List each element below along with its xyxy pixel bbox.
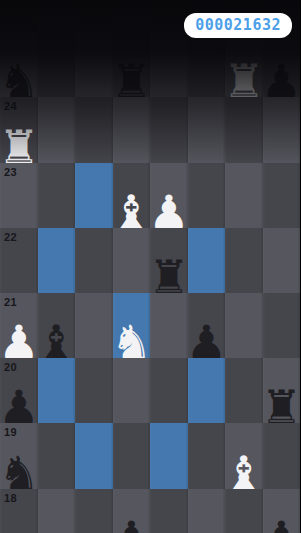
row-label-22: 22 bbox=[4, 231, 17, 243]
square-23-6[interactable] bbox=[225, 163, 263, 228]
square-23-5[interactable] bbox=[188, 163, 226, 228]
square-21-3[interactable]: ♞ bbox=[113, 293, 151, 358]
square-24-2[interactable] bbox=[75, 97, 113, 162]
row-label-20: 20 bbox=[4, 361, 17, 373]
square-22-2[interactable] bbox=[75, 228, 113, 293]
square-18-2[interactable] bbox=[75, 489, 113, 533]
square-25-4[interactable] bbox=[150, 32, 188, 97]
square-26-3[interactable] bbox=[113, 0, 151, 32]
square-20-4[interactable] bbox=[150, 358, 188, 423]
square-20-7[interactable]: ♜ bbox=[263, 358, 301, 423]
square-23-1[interactable] bbox=[38, 163, 76, 228]
square-19-1[interactable] bbox=[38, 423, 76, 488]
square-18-5[interactable] bbox=[188, 489, 226, 533]
square-22-6[interactable] bbox=[225, 228, 263, 293]
square-19-7[interactable] bbox=[263, 423, 301, 488]
square-22-4[interactable]: ♜ bbox=[150, 228, 188, 293]
square-21-4[interactable] bbox=[150, 293, 188, 358]
square-25-0[interactable]: ♞ bbox=[0, 32, 38, 97]
square-21-2[interactable] bbox=[75, 293, 113, 358]
score-badge: 000021632 bbox=[184, 13, 292, 38]
square-19-5[interactable] bbox=[188, 423, 226, 488]
black-pawn-icon: ♟ bbox=[261, 515, 300, 533]
square-23-4[interactable]: ♟ bbox=[150, 163, 188, 228]
score-value: 000021632 bbox=[195, 16, 281, 34]
square-23-7[interactable] bbox=[263, 163, 301, 228]
square-25-6[interactable]: ♜ bbox=[225, 32, 263, 97]
square-19-4[interactable] bbox=[150, 423, 188, 488]
square-24-1[interactable] bbox=[38, 97, 76, 162]
row-label-19: 19 bbox=[4, 426, 17, 438]
square-21-0[interactable]: 21♟ bbox=[0, 293, 38, 358]
square-18-6[interactable] bbox=[225, 489, 263, 533]
row-label-21: 21 bbox=[4, 296, 17, 308]
square-18-0[interactable]: 18 bbox=[0, 489, 38, 533]
row-label-24: 24 bbox=[4, 100, 17, 112]
square-20-5[interactable] bbox=[188, 358, 226, 423]
square-20-1[interactable] bbox=[38, 358, 76, 423]
square-22-0[interactable]: 22 bbox=[0, 228, 38, 293]
square-25-2[interactable] bbox=[75, 32, 113, 97]
square-25-7[interactable]: ♟ bbox=[263, 32, 301, 97]
square-18-7[interactable]: ♟ bbox=[263, 489, 301, 533]
square-21-1[interactable]: ♝ bbox=[38, 293, 76, 358]
square-23-2[interactable] bbox=[75, 163, 113, 228]
chess-board: ♞♜♜♟24♜23♝♟22♜21♟♝♞♟20♟♜19♞♝18♟♟ bbox=[0, 0, 300, 533]
square-18-4[interactable] bbox=[150, 489, 188, 533]
square-19-3[interactable] bbox=[113, 423, 151, 488]
square-19-6[interactable]: ♝ bbox=[225, 423, 263, 488]
square-22-1[interactable] bbox=[38, 228, 76, 293]
square-18-3[interactable]: ♟ bbox=[113, 489, 151, 533]
square-20-0[interactable]: 20♟ bbox=[0, 358, 38, 423]
square-19-0[interactable]: 19♞ bbox=[0, 423, 38, 488]
square-24-6[interactable] bbox=[225, 97, 263, 162]
square-26-0[interactable] bbox=[0, 0, 38, 32]
square-24-0[interactable]: 24♜ bbox=[0, 97, 38, 162]
square-20-6[interactable] bbox=[225, 358, 263, 423]
square-20-3[interactable] bbox=[113, 358, 151, 423]
square-21-5[interactable]: ♟ bbox=[188, 293, 226, 358]
square-20-2[interactable] bbox=[75, 358, 113, 423]
square-24-5[interactable] bbox=[188, 97, 226, 162]
row-label-18: 18 bbox=[4, 492, 17, 504]
black-pawn-icon: ♟ bbox=[111, 515, 152, 533]
square-24-3[interactable] bbox=[113, 97, 151, 162]
square-22-5[interactable] bbox=[188, 228, 226, 293]
square-22-3[interactable] bbox=[113, 228, 151, 293]
row-label-23: 23 bbox=[4, 166, 17, 178]
square-21-7[interactable] bbox=[263, 293, 301, 358]
square-18-1[interactable] bbox=[38, 489, 76, 533]
square-19-2[interactable] bbox=[75, 423, 113, 488]
square-25-3[interactable]: ♜ bbox=[113, 32, 151, 97]
square-24-7[interactable] bbox=[263, 97, 301, 162]
square-25-5[interactable] bbox=[188, 32, 226, 97]
square-25-1[interactable] bbox=[38, 32, 76, 97]
game-screen: ♞♜♜♟24♜23♝♟22♜21♟♝♞♟20♟♜19♞♝18♟♟ 0000216… bbox=[0, 0, 300, 533]
square-24-4[interactable] bbox=[150, 97, 188, 162]
square-26-4[interactable] bbox=[150, 0, 188, 32]
square-26-1[interactable] bbox=[38, 0, 76, 32]
square-22-7[interactable] bbox=[263, 228, 301, 293]
square-26-2[interactable] bbox=[75, 0, 113, 32]
square-21-6[interactable] bbox=[225, 293, 263, 358]
square-23-0[interactable]: 23 bbox=[0, 163, 38, 228]
square-23-3[interactable]: ♝ bbox=[113, 163, 151, 228]
